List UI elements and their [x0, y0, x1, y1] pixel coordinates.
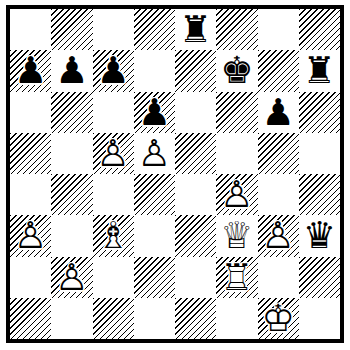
black-pawn-glyph: ♟ — [10, 50, 51, 91]
square-g3[interactable]: ♟♙ — [258, 215, 299, 256]
square-a7[interactable]: ♟♟ — [10, 50, 51, 91]
square-b8[interactable] — [51, 9, 92, 50]
square-b3[interactable] — [51, 215, 92, 256]
square-c2[interactable] — [93, 257, 134, 298]
square-g5[interactable] — [258, 133, 299, 174]
black-pawn-piece[interactable]: ♟♟ — [134, 92, 175, 133]
square-c1[interactable] — [93, 298, 134, 339]
square-f8[interactable] — [216, 9, 257, 50]
white-pawn-glyph: ♙ — [216, 174, 257, 215]
white-pawn-piece[interactable]: ♟♙ — [93, 133, 134, 174]
square-f2[interactable]: ♜♖ — [216, 257, 257, 298]
square-g4[interactable] — [258, 174, 299, 215]
square-b6[interactable] — [51, 92, 92, 133]
black-rook-piece[interactable]: ♜♜ — [299, 50, 340, 91]
black-pawn-piece[interactable]: ♟♟ — [10, 50, 51, 91]
white-pawn-glyph: ♙ — [51, 257, 92, 298]
square-g6[interactable]: ♟♟ — [258, 92, 299, 133]
square-a8[interactable] — [10, 9, 51, 50]
black-rook-glyph: ♜ — [175, 9, 216, 50]
square-h1[interactable] — [299, 298, 340, 339]
square-d7[interactable] — [134, 50, 175, 91]
black-pawn-glyph: ♟ — [134, 92, 175, 133]
square-h3[interactable]: ♛♛ — [299, 215, 340, 256]
square-d5[interactable]: ♟♙ — [134, 133, 175, 174]
square-f3[interactable]: ♛♕ — [216, 215, 257, 256]
black-pawn-glyph: ♟ — [51, 50, 92, 91]
black-rook-piece[interactable]: ♜♜ — [175, 9, 216, 50]
black-pawn-piece[interactable]: ♟♟ — [51, 50, 92, 91]
chess-board-frame: ♜♜♟♟♟♟♟♟♚♚♜♜♟♟♟♟♟♙♟♙♟♙♟♙♝♗♛♕♟♙♛♛♟♙♜♖♚♔ — [6, 5, 344, 343]
black-pawn-piece[interactable]: ♟♟ — [93, 50, 134, 91]
square-e2[interactable] — [175, 257, 216, 298]
square-c6[interactable] — [93, 92, 134, 133]
square-h2[interactable] — [299, 257, 340, 298]
black-queen-glyph: ♛ — [299, 215, 340, 256]
square-e6[interactable] — [175, 92, 216, 133]
square-b5[interactable] — [51, 133, 92, 174]
square-d3[interactable] — [134, 215, 175, 256]
square-c8[interactable] — [93, 9, 134, 50]
square-g8[interactable] — [258, 9, 299, 50]
white-pawn-piece[interactable]: ♟♙ — [216, 174, 257, 215]
square-d1[interactable] — [134, 298, 175, 339]
square-g7[interactable] — [258, 50, 299, 91]
white-rook-piece[interactable]: ♜♖ — [216, 257, 257, 298]
square-e3[interactable] — [175, 215, 216, 256]
white-pawn-glyph: ♙ — [93, 133, 134, 174]
square-e4[interactable] — [175, 174, 216, 215]
square-a1[interactable] — [10, 298, 51, 339]
square-a4[interactable] — [10, 174, 51, 215]
square-d2[interactable] — [134, 257, 175, 298]
black-king-glyph: ♚ — [216, 50, 257, 91]
square-e8[interactable]: ♜♜ — [175, 9, 216, 50]
black-pawn-glyph: ♟ — [93, 50, 134, 91]
square-h8[interactable] — [299, 9, 340, 50]
square-a6[interactable] — [10, 92, 51, 133]
black-pawn-piece[interactable]: ♟♟ — [258, 92, 299, 133]
white-queen-piece[interactable]: ♛♕ — [216, 215, 257, 256]
square-a2[interactable] — [10, 257, 51, 298]
square-e1[interactable] — [175, 298, 216, 339]
square-f5[interactable] — [216, 133, 257, 174]
square-d8[interactable] — [134, 9, 175, 50]
square-f4[interactable]: ♟♙ — [216, 174, 257, 215]
white-pawn-glyph: ♙ — [10, 215, 51, 256]
square-e5[interactable] — [175, 133, 216, 174]
square-g1[interactable]: ♚♔ — [258, 298, 299, 339]
white-pawn-glyph: ♙ — [134, 133, 175, 174]
white-pawn-glyph: ♙ — [258, 215, 299, 256]
square-c4[interactable] — [93, 174, 134, 215]
square-e7[interactable] — [175, 50, 216, 91]
black-rook-glyph: ♜ — [299, 50, 340, 91]
white-pawn-piece[interactable]: ♟♙ — [10, 215, 51, 256]
square-c7[interactable]: ♟♟ — [93, 50, 134, 91]
square-b1[interactable] — [51, 298, 92, 339]
white-bishop-glyph: ♗ — [93, 215, 134, 256]
square-c3[interactable]: ♝♗ — [93, 215, 134, 256]
chess-board: ♜♜♟♟♟♟♟♟♚♚♜♜♟♟♟♟♟♙♟♙♟♙♟♙♝♗♛♕♟♙♛♛♟♙♜♖♚♔ — [10, 9, 340, 339]
square-b7[interactable]: ♟♟ — [51, 50, 92, 91]
white-bishop-piece[interactable]: ♝♗ — [93, 215, 134, 256]
black-king-piece[interactable]: ♚♚ — [216, 50, 257, 91]
black-queen-piece[interactable]: ♛♛ — [299, 215, 340, 256]
square-h6[interactable] — [299, 92, 340, 133]
square-b4[interactable] — [51, 174, 92, 215]
square-d4[interactable] — [134, 174, 175, 215]
square-f6[interactable] — [216, 92, 257, 133]
square-h4[interactable] — [299, 174, 340, 215]
square-h7[interactable]: ♜♜ — [299, 50, 340, 91]
square-c5[interactable]: ♟♙ — [93, 133, 134, 174]
white-pawn-piece[interactable]: ♟♙ — [134, 133, 175, 174]
square-g2[interactable] — [258, 257, 299, 298]
square-f7[interactable]: ♚♚ — [216, 50, 257, 91]
square-a5[interactable] — [10, 133, 51, 174]
square-f1[interactable] — [216, 298, 257, 339]
black-pawn-glyph: ♟ — [258, 92, 299, 133]
white-king-piece[interactable]: ♚♔ — [258, 298, 299, 339]
white-pawn-piece[interactable]: ♟♙ — [258, 215, 299, 256]
square-a3[interactable]: ♟♙ — [10, 215, 51, 256]
square-b2[interactable]: ♟♙ — [51, 257, 92, 298]
white-king-glyph: ♔ — [258, 298, 299, 339]
white-pawn-piece[interactable]: ♟♙ — [51, 257, 92, 298]
white-rook-glyph: ♖ — [216, 257, 257, 298]
square-h5[interactable] — [299, 133, 340, 174]
white-queen-glyph: ♕ — [216, 215, 257, 256]
square-d6[interactable]: ♟♟ — [134, 92, 175, 133]
